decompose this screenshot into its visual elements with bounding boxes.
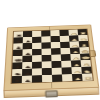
black-p-piece[interactable]: ♟ bbox=[24, 46, 30, 49]
square-r6-c6[interactable]: ♟ bbox=[71, 67, 82, 74]
square-r2-c2[interactable] bbox=[32, 43, 41, 49]
square-r3-c1[interactable]: ♟ bbox=[22, 49, 32, 56]
square-r3-c4[interactable] bbox=[51, 48, 61, 55]
square-r0-c5[interactable] bbox=[59, 30, 69, 36]
square-r5-c3[interactable] bbox=[42, 61, 52, 68]
square-r6-c1[interactable]: ♟ bbox=[22, 69, 32, 76]
square-r4-c6[interactable]: ♟ bbox=[70, 54, 80, 61]
white-p-piece[interactable]: ♟ bbox=[72, 51, 78, 54]
square-r7-c0[interactable]: ♜ bbox=[12, 76, 22, 83]
white-p-piece[interactable]: ♟ bbox=[73, 71, 80, 74]
square-r1-c1[interactable]: ♟ bbox=[23, 37, 32, 43]
square-r0-c2[interactable] bbox=[32, 31, 41, 37]
white-k-piece[interactable]: ♚ bbox=[80, 56, 90, 60]
square-r0-c0[interactable]: ♜ bbox=[14, 31, 23, 37]
square-r1-c5[interactable] bbox=[60, 36, 70, 42]
black-b-piece[interactable]: ♝ bbox=[13, 65, 21, 69]
square-r3-c5[interactable] bbox=[60, 48, 70, 55]
square-r4-c4[interactable] bbox=[51, 54, 61, 61]
square-r1-c7[interactable]: ♞ bbox=[78, 35, 88, 41]
white-b-piece[interactable]: ♝ bbox=[80, 44, 88, 47]
square-r4-c5[interactable] bbox=[61, 54, 71, 61]
square-r4-c0[interactable]: ♚ bbox=[13, 56, 23, 63]
square-r1-c0[interactable]: ♞ bbox=[13, 37, 22, 43]
white-r-piece[interactable]: ♜ bbox=[83, 77, 91, 80]
white-p-piece[interactable]: ♟ bbox=[71, 39, 77, 42]
square-r6-c0[interactable]: ♞ bbox=[12, 69, 22, 76]
square-r6-c4[interactable] bbox=[52, 68, 62, 75]
black-r-piece[interactable]: ♜ bbox=[13, 79, 21, 82]
square-r5-c5[interactable] bbox=[61, 61, 71, 68]
square-r0-c1[interactable]: ♟ bbox=[23, 31, 32, 37]
white-q-piece[interactable]: ♛ bbox=[80, 50, 89, 54]
square-r1-c4[interactable] bbox=[51, 36, 61, 42]
square-r1-c3[interactable] bbox=[41, 36, 50, 42]
square-r2-c3[interactable] bbox=[41, 42, 51, 48]
square-r6-c5[interactable] bbox=[62, 67, 72, 74]
wooden-folding-chess-board: ♜♟♟♜♞♟♟♞♝♟♟♝♛♟♟♛♚♟♟♚♝♟♟♝♞♟♟♞♜♟♟♜ bbox=[3, 25, 99, 91]
square-r0-c4[interactable] bbox=[50, 30, 59, 36]
square-r4-c3[interactable] bbox=[42, 55, 52, 62]
board-front-edge bbox=[3, 87, 99, 98]
square-r2-c1[interactable]: ♟ bbox=[23, 43, 32, 49]
square-r0-c6[interactable]: ♟ bbox=[68, 29, 78, 35]
square-r5-c7[interactable]: ♝ bbox=[81, 60, 91, 67]
chess-set-photo: ♜♟♟♜♞♟♟♞♝♟♟♝♛♟♟♛♚♟♟♚♝♟♟♝♞♟♟♞♜♟♟♜ bbox=[0, 0, 100, 100]
square-r2-c5[interactable] bbox=[60, 42, 70, 48]
square-r7-c5[interactable] bbox=[62, 74, 73, 81]
square-r2-c7[interactable]: ♝ bbox=[79, 41, 89, 47]
square-r6-c2[interactable] bbox=[32, 68, 42, 75]
square-r2-c4[interactable] bbox=[51, 42, 61, 48]
black-p-piece[interactable]: ♟ bbox=[24, 59, 30, 62]
square-r3-c0[interactable]: ♛ bbox=[13, 49, 23, 56]
square-r4-c1[interactable]: ♟ bbox=[22, 55, 32, 62]
square-r5-c0[interactable]: ♝ bbox=[12, 62, 22, 69]
black-n-piece[interactable]: ♞ bbox=[14, 40, 21, 43]
metal-clasp bbox=[45, 90, 58, 97]
square-r3-c7[interactable]: ♛ bbox=[79, 47, 89, 54]
square-r5-c1[interactable]: ♟ bbox=[22, 62, 32, 69]
square-r3-c6[interactable]: ♟ bbox=[70, 47, 80, 54]
square-r2-c6[interactable]: ♟ bbox=[69, 41, 79, 47]
board-perspective-wrap: ♜♟♟♜♞♟♟♞♝♟♟♝♛♟♟♛♚♟♟♚♝♟♟♝♞♟♟♞♜♟♟♜ bbox=[7, 25, 93, 78]
white-b-piece[interactable]: ♝ bbox=[82, 63, 91, 67]
black-p-piece[interactable]: ♟ bbox=[24, 80, 31, 83]
white-p-piece[interactable]: ♟ bbox=[71, 45, 77, 48]
black-n-piece[interactable]: ♞ bbox=[13, 72, 21, 76]
white-p-piece[interactable]: ♟ bbox=[74, 78, 81, 81]
square-r5-c6[interactable]: ♟ bbox=[71, 60, 81, 67]
black-p-piece[interactable]: ♟ bbox=[24, 73, 30, 76]
square-r7-c4[interactable] bbox=[52, 74, 62, 81]
square-r3-c3[interactable] bbox=[42, 48, 52, 55]
square-r5-c4[interactable] bbox=[51, 61, 61, 68]
square-r7-c6[interactable]: ♟ bbox=[72, 74, 83, 81]
square-r2-c0[interactable]: ♝ bbox=[13, 43, 23, 50]
square-r5-c2[interactable] bbox=[32, 62, 42, 69]
black-p-piece[interactable]: ♟ bbox=[25, 34, 31, 36]
white-n-piece[interactable]: ♞ bbox=[83, 70, 91, 74]
chess-board-squares: ♜♟♟♜♞♟♟♞♝♟♟♝♛♟♟♛♚♟♟♚♝♟♟♝♞♟♟♞♜♟♟♜ bbox=[11, 28, 94, 84]
white-r-piece[interactable]: ♜ bbox=[79, 32, 86, 35]
white-p-piece[interactable]: ♟ bbox=[70, 33, 76, 35]
square-r1-c2[interactable] bbox=[32, 37, 41, 43]
black-q-piece[interactable]: ♛ bbox=[13, 52, 22, 56]
white-n-piece[interactable]: ♞ bbox=[79, 38, 87, 41]
square-r7-c7[interactable]: ♜ bbox=[82, 73, 93, 80]
white-p-piece[interactable]: ♟ bbox=[73, 64, 80, 67]
black-b-piece[interactable]: ♝ bbox=[14, 46, 22, 49]
square-r7-c3[interactable] bbox=[42, 75, 52, 82]
white-p-piece[interactable]: ♟ bbox=[72, 57, 78, 60]
square-r1-c6[interactable]: ♟ bbox=[69, 35, 79, 41]
black-p-piece[interactable]: ♟ bbox=[24, 66, 30, 69]
square-r0-c7[interactable]: ♜ bbox=[78, 29, 88, 35]
black-r-piece[interactable]: ♜ bbox=[15, 34, 22, 37]
black-p-piece[interactable]: ♟ bbox=[24, 53, 30, 56]
square-r3-c2[interactable] bbox=[32, 49, 42, 56]
square-r7-c2[interactable] bbox=[32, 75, 42, 82]
square-r4-c2[interactable] bbox=[32, 55, 42, 62]
black-k-piece[interactable]: ♚ bbox=[13, 58, 22, 62]
square-r7-c1[interactable]: ♟ bbox=[22, 75, 32, 82]
black-p-piece[interactable]: ♟ bbox=[24, 40, 30, 43]
square-r0-c3[interactable] bbox=[41, 30, 50, 36]
square-r6-c7[interactable]: ♞ bbox=[81, 67, 92, 74]
